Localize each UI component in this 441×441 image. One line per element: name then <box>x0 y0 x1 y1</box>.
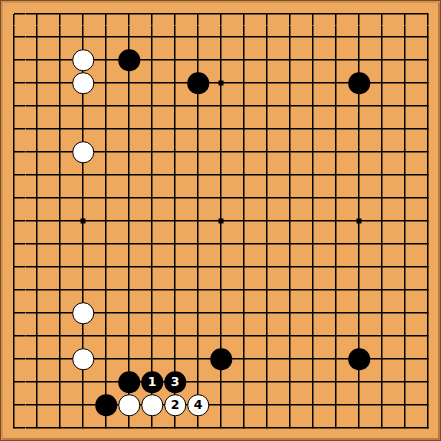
intersection-0-16[interactable] <box>3 371 26 394</box>
intersection-15-0[interactable] <box>348 3 371 26</box>
intersection-0-3[interactable] <box>3 72 26 95</box>
intersection-7-14[interactable] <box>164 325 187 348</box>
intersection-6-16[interactable]: 1 <box>141 371 164 394</box>
intersection-10-1[interactable] <box>233 26 256 49</box>
intersection-6-18[interactable] <box>141 417 164 440</box>
intersection-5-6[interactable] <box>118 141 141 164</box>
intersection-14-14[interactable] <box>325 325 348 348</box>
intersection-16-16[interactable] <box>371 371 394 394</box>
intersection-10-13[interactable] <box>233 302 256 325</box>
intersection-12-8[interactable] <box>279 187 302 210</box>
intersection-5-12[interactable] <box>118 279 141 302</box>
intersection-17-14[interactable] <box>394 325 417 348</box>
intersection-12-11[interactable] <box>279 256 302 279</box>
intersection-12-5[interactable] <box>279 118 302 141</box>
intersection-3-12[interactable] <box>72 279 95 302</box>
intersection-8-4[interactable] <box>187 95 210 118</box>
intersection-7-13[interactable] <box>164 302 187 325</box>
intersection-17-10[interactable] <box>394 233 417 256</box>
intersection-16-10[interactable] <box>371 233 394 256</box>
intersection-11-12[interactable] <box>256 279 279 302</box>
intersection-12-4[interactable] <box>279 95 302 118</box>
intersection-17-15[interactable] <box>394 348 417 371</box>
intersection-8-5[interactable] <box>187 118 210 141</box>
intersection-18-11[interactable] <box>417 256 440 279</box>
intersection-11-6[interactable] <box>256 141 279 164</box>
intersection-17-9[interactable] <box>394 210 417 233</box>
intersection-2-15[interactable] <box>49 348 72 371</box>
intersection-16-7[interactable] <box>371 164 394 187</box>
intersection-10-10[interactable] <box>233 233 256 256</box>
intersection-5-5[interactable] <box>118 118 141 141</box>
intersection-7-16[interactable]: 3 <box>164 371 187 394</box>
intersection-10-12[interactable] <box>233 279 256 302</box>
intersection-15-11[interactable] <box>348 256 371 279</box>
intersection-4-2[interactable] <box>95 49 118 72</box>
intersection-15-3[interactable] <box>348 72 371 95</box>
intersection-2-9[interactable] <box>49 210 72 233</box>
intersection-8-15[interactable] <box>187 348 210 371</box>
intersection-16-4[interactable] <box>371 95 394 118</box>
intersection-0-10[interactable] <box>3 233 26 256</box>
intersection-17-8[interactable] <box>394 187 417 210</box>
intersection-2-2[interactable] <box>49 49 72 72</box>
intersection-15-8[interactable] <box>348 187 371 210</box>
intersection-2-1[interactable] <box>49 26 72 49</box>
intersection-12-13[interactable] <box>279 302 302 325</box>
intersection-5-2[interactable] <box>118 49 141 72</box>
intersection-5-7[interactable] <box>118 164 141 187</box>
intersection-2-17[interactable] <box>49 394 72 417</box>
intersection-17-16[interactable] <box>394 371 417 394</box>
intersection-15-15[interactable] <box>348 348 371 371</box>
intersection-13-4[interactable] <box>302 95 325 118</box>
intersection-7-8[interactable] <box>164 187 187 210</box>
intersection-13-9[interactable] <box>302 210 325 233</box>
intersection-9-1[interactable] <box>210 26 233 49</box>
intersection-11-10[interactable] <box>256 233 279 256</box>
intersection-5-3[interactable] <box>118 72 141 95</box>
intersection-16-6[interactable] <box>371 141 394 164</box>
intersection-11-9[interactable] <box>256 210 279 233</box>
intersection-18-2[interactable] <box>417 49 440 72</box>
intersection-18-17[interactable] <box>417 394 440 417</box>
intersection-18-4[interactable] <box>417 95 440 118</box>
intersection-0-13[interactable] <box>3 302 26 325</box>
intersection-3-4[interactable] <box>72 95 95 118</box>
intersection-11-11[interactable] <box>256 256 279 279</box>
intersection-10-5[interactable] <box>233 118 256 141</box>
intersection-9-17[interactable] <box>210 394 233 417</box>
intersection-4-9[interactable] <box>95 210 118 233</box>
intersection-3-16[interactable] <box>72 371 95 394</box>
intersection-6-0[interactable] <box>141 3 164 26</box>
intersection-17-7[interactable] <box>394 164 417 187</box>
intersection-4-18[interactable] <box>95 417 118 440</box>
intersection-8-9[interactable] <box>187 210 210 233</box>
intersection-5-10[interactable] <box>118 233 141 256</box>
intersection-7-1[interactable] <box>164 26 187 49</box>
intersection-14-3[interactable] <box>325 72 348 95</box>
intersection-14-5[interactable] <box>325 118 348 141</box>
intersection-5-0[interactable] <box>118 3 141 26</box>
intersection-7-7[interactable] <box>164 164 187 187</box>
intersection-16-9[interactable] <box>371 210 394 233</box>
intersection-2-16[interactable] <box>49 371 72 394</box>
intersection-6-15[interactable] <box>141 348 164 371</box>
intersection-4-5[interactable] <box>95 118 118 141</box>
intersection-12-3[interactable] <box>279 72 302 95</box>
intersection-3-13[interactable] <box>72 302 95 325</box>
intersection-17-17[interactable] <box>394 394 417 417</box>
intersection-16-3[interactable] <box>371 72 394 95</box>
intersection-2-7[interactable] <box>49 164 72 187</box>
intersection-15-17[interactable] <box>348 394 371 417</box>
intersection-10-3[interactable] <box>233 72 256 95</box>
intersection-0-18[interactable] <box>3 417 26 440</box>
intersection-4-3[interactable] <box>95 72 118 95</box>
intersection-7-10[interactable] <box>164 233 187 256</box>
intersection-6-14[interactable] <box>141 325 164 348</box>
intersection-9-0[interactable] <box>210 3 233 26</box>
intersection-15-9[interactable] <box>348 210 371 233</box>
intersection-15-16[interactable] <box>348 371 371 394</box>
intersection-1-2[interactable] <box>26 49 49 72</box>
intersection-6-8[interactable] <box>141 187 164 210</box>
intersection-17-12[interactable] <box>394 279 417 302</box>
intersection-3-14[interactable] <box>72 325 95 348</box>
intersection-12-7[interactable] <box>279 164 302 187</box>
intersection-11-17[interactable] <box>256 394 279 417</box>
intersection-10-7[interactable] <box>233 164 256 187</box>
intersection-14-18[interactable] <box>325 417 348 440</box>
intersection-9-8[interactable] <box>210 187 233 210</box>
intersection-15-4[interactable] <box>348 95 371 118</box>
intersection-13-16[interactable] <box>302 371 325 394</box>
intersection-13-17[interactable] <box>302 394 325 417</box>
intersection-9-5[interactable] <box>210 118 233 141</box>
intersection-18-16[interactable] <box>417 371 440 394</box>
intersection-15-2[interactable] <box>348 49 371 72</box>
intersection-8-7[interactable] <box>187 164 210 187</box>
intersection-14-15[interactable] <box>325 348 348 371</box>
intersection-3-0[interactable] <box>72 3 95 26</box>
intersection-13-13[interactable] <box>302 302 325 325</box>
intersection-5-4[interactable] <box>118 95 141 118</box>
intersection-6-7[interactable] <box>141 164 164 187</box>
intersection-10-16[interactable] <box>233 371 256 394</box>
intersection-11-8[interactable] <box>256 187 279 210</box>
intersection-7-6[interactable] <box>164 141 187 164</box>
intersection-6-4[interactable] <box>141 95 164 118</box>
intersection-2-14[interactable] <box>49 325 72 348</box>
intersection-16-5[interactable] <box>371 118 394 141</box>
intersection-1-10[interactable] <box>26 233 49 256</box>
intersection-13-14[interactable] <box>302 325 325 348</box>
intersection-1-7[interactable] <box>26 164 49 187</box>
intersection-17-13[interactable] <box>394 302 417 325</box>
intersection-18-10[interactable] <box>417 233 440 256</box>
intersection-5-11[interactable] <box>118 256 141 279</box>
intersection-2-12[interactable] <box>49 279 72 302</box>
intersection-8-2[interactable] <box>187 49 210 72</box>
intersection-18-6[interactable] <box>417 141 440 164</box>
intersection-2-6[interactable] <box>49 141 72 164</box>
intersection-8-10[interactable] <box>187 233 210 256</box>
intersection-11-2[interactable] <box>256 49 279 72</box>
intersection-16-13[interactable] <box>371 302 394 325</box>
intersection-17-2[interactable] <box>394 49 417 72</box>
intersection-15-10[interactable] <box>348 233 371 256</box>
intersection-1-16[interactable] <box>26 371 49 394</box>
intersection-12-10[interactable] <box>279 233 302 256</box>
intersection-10-15[interactable] <box>233 348 256 371</box>
intersection-7-2[interactable] <box>164 49 187 72</box>
intersection-16-14[interactable] <box>371 325 394 348</box>
intersection-11-14[interactable] <box>256 325 279 348</box>
intersection-0-4[interactable] <box>3 95 26 118</box>
intersection-4-16[interactable] <box>95 371 118 394</box>
intersection-10-4[interactable] <box>233 95 256 118</box>
intersection-3-17[interactable] <box>72 394 95 417</box>
intersection-5-14[interactable] <box>118 325 141 348</box>
intersection-18-0[interactable] <box>417 3 440 26</box>
intersection-17-18[interactable] <box>394 417 417 440</box>
intersection-12-0[interactable] <box>279 3 302 26</box>
intersection-3-10[interactable] <box>72 233 95 256</box>
intersection-1-14[interactable] <box>26 325 49 348</box>
intersection-2-10[interactable] <box>49 233 72 256</box>
intersection-5-16[interactable] <box>118 371 141 394</box>
intersection-7-11[interactable] <box>164 256 187 279</box>
intersection-8-3[interactable] <box>187 72 210 95</box>
intersection-12-16[interactable] <box>279 371 302 394</box>
intersection-1-4[interactable] <box>26 95 49 118</box>
intersection-15-6[interactable] <box>348 141 371 164</box>
intersection-13-5[interactable] <box>302 118 325 141</box>
intersection-11-18[interactable] <box>256 417 279 440</box>
intersection-5-18[interactable] <box>118 417 141 440</box>
intersection-8-8[interactable] <box>187 187 210 210</box>
intersection-4-13[interactable] <box>95 302 118 325</box>
intersection-9-11[interactable] <box>210 256 233 279</box>
intersection-14-13[interactable] <box>325 302 348 325</box>
intersection-18-13[interactable] <box>417 302 440 325</box>
intersection-16-12[interactable] <box>371 279 394 302</box>
intersection-13-7[interactable] <box>302 164 325 187</box>
intersection-16-15[interactable] <box>371 348 394 371</box>
intersection-18-7[interactable] <box>417 164 440 187</box>
intersection-14-2[interactable] <box>325 49 348 72</box>
intersection-2-8[interactable] <box>49 187 72 210</box>
intersection-8-16[interactable] <box>187 371 210 394</box>
intersection-14-0[interactable] <box>325 3 348 26</box>
intersection-3-11[interactable] <box>72 256 95 279</box>
intersection-10-11[interactable] <box>233 256 256 279</box>
intersection-6-10[interactable] <box>141 233 164 256</box>
intersection-10-9[interactable] <box>233 210 256 233</box>
intersection-0-17[interactable] <box>3 394 26 417</box>
intersection-9-18[interactable] <box>210 417 233 440</box>
intersection-13-15[interactable] <box>302 348 325 371</box>
intersection-11-16[interactable] <box>256 371 279 394</box>
intersection-11-13[interactable] <box>256 302 279 325</box>
intersection-8-0[interactable] <box>187 3 210 26</box>
intersection-10-18[interactable] <box>233 417 256 440</box>
intersection-0-8[interactable] <box>3 187 26 210</box>
intersection-16-1[interactable] <box>371 26 394 49</box>
intersection-0-9[interactable] <box>3 210 26 233</box>
intersection-13-0[interactable] <box>302 3 325 26</box>
intersection-0-14[interactable] <box>3 325 26 348</box>
intersection-6-6[interactable] <box>141 141 164 164</box>
intersection-14-16[interactable] <box>325 371 348 394</box>
intersection-18-9[interactable] <box>417 210 440 233</box>
intersection-1-3[interactable] <box>26 72 49 95</box>
intersection-8-12[interactable] <box>187 279 210 302</box>
intersection-18-15[interactable] <box>417 348 440 371</box>
intersection-9-10[interactable] <box>210 233 233 256</box>
intersection-14-12[interactable] <box>325 279 348 302</box>
intersection-0-0[interactable] <box>3 3 26 26</box>
intersection-8-18[interactable] <box>187 417 210 440</box>
intersection-9-9[interactable] <box>210 210 233 233</box>
intersection-17-6[interactable] <box>394 141 417 164</box>
intersection-9-6[interactable] <box>210 141 233 164</box>
intersection-2-13[interactable] <box>49 302 72 325</box>
intersection-14-17[interactable] <box>325 394 348 417</box>
intersection-3-1[interactable] <box>72 26 95 49</box>
intersection-10-2[interactable] <box>233 49 256 72</box>
intersection-6-13[interactable] <box>141 302 164 325</box>
intersection-1-1[interactable] <box>26 26 49 49</box>
intersection-11-4[interactable] <box>256 95 279 118</box>
intersection-13-1[interactable] <box>302 26 325 49</box>
intersection-7-3[interactable] <box>164 72 187 95</box>
intersection-3-8[interactable] <box>72 187 95 210</box>
intersection-3-18[interactable] <box>72 417 95 440</box>
intersection-0-6[interactable] <box>3 141 26 164</box>
intersection-0-15[interactable] <box>3 348 26 371</box>
intersection-11-0[interactable] <box>256 3 279 26</box>
intersection-10-0[interactable] <box>233 3 256 26</box>
intersection-4-10[interactable] <box>95 233 118 256</box>
intersection-12-2[interactable] <box>279 49 302 72</box>
intersection-15-12[interactable] <box>348 279 371 302</box>
intersection-18-14[interactable] <box>417 325 440 348</box>
intersection-7-12[interactable] <box>164 279 187 302</box>
intersection-0-11[interactable] <box>3 256 26 279</box>
intersection-0-5[interactable] <box>3 118 26 141</box>
intersection-6-11[interactable] <box>141 256 164 279</box>
intersection-11-5[interactable] <box>256 118 279 141</box>
intersection-1-18[interactable] <box>26 417 49 440</box>
intersection-13-2[interactable] <box>302 49 325 72</box>
intersection-17-3[interactable] <box>394 72 417 95</box>
intersection-17-11[interactable] <box>394 256 417 279</box>
intersection-1-11[interactable] <box>26 256 49 279</box>
intersection-9-16[interactable] <box>210 371 233 394</box>
intersection-16-17[interactable] <box>371 394 394 417</box>
intersection-4-17[interactable] <box>95 394 118 417</box>
intersection-1-8[interactable] <box>26 187 49 210</box>
intersection-11-15[interactable] <box>256 348 279 371</box>
intersection-13-10[interactable] <box>302 233 325 256</box>
intersection-7-17[interactable]: 2 <box>164 394 187 417</box>
intersection-13-8[interactable] <box>302 187 325 210</box>
intersection-2-5[interactable] <box>49 118 72 141</box>
intersection-18-5[interactable] <box>417 118 440 141</box>
intersection-7-18[interactable] <box>164 417 187 440</box>
intersection-6-9[interactable] <box>141 210 164 233</box>
intersection-18-8[interactable] <box>417 187 440 210</box>
intersection-12-12[interactable] <box>279 279 302 302</box>
intersection-10-17[interactable] <box>233 394 256 417</box>
intersection-18-1[interactable] <box>417 26 440 49</box>
intersection-4-14[interactable] <box>95 325 118 348</box>
intersection-12-9[interactable] <box>279 210 302 233</box>
intersection-4-0[interactable] <box>95 3 118 26</box>
intersection-14-7[interactable] <box>325 164 348 187</box>
intersection-6-12[interactable] <box>141 279 164 302</box>
intersection-0-2[interactable] <box>3 49 26 72</box>
intersection-4-7[interactable] <box>95 164 118 187</box>
intersection-17-0[interactable] <box>394 3 417 26</box>
intersection-16-18[interactable] <box>371 417 394 440</box>
intersection-12-1[interactable] <box>279 26 302 49</box>
intersection-8-1[interactable] <box>187 26 210 49</box>
intersection-1-17[interactable] <box>26 394 49 417</box>
intersection-13-3[interactable] <box>302 72 325 95</box>
intersection-9-15[interactable] <box>210 348 233 371</box>
intersection-9-14[interactable] <box>210 325 233 348</box>
intersection-2-18[interactable] <box>49 417 72 440</box>
intersection-10-14[interactable] <box>233 325 256 348</box>
intersection-15-18[interactable] <box>348 417 371 440</box>
intersection-3-9[interactable] <box>72 210 95 233</box>
intersection-7-15[interactable] <box>164 348 187 371</box>
intersection-18-18[interactable] <box>417 417 440 440</box>
intersection-4-11[interactable] <box>95 256 118 279</box>
intersection-11-7[interactable] <box>256 164 279 187</box>
intersection-12-6[interactable] <box>279 141 302 164</box>
intersection-8-11[interactable] <box>187 256 210 279</box>
intersection-7-4[interactable] <box>164 95 187 118</box>
intersection-3-2[interactable] <box>72 49 95 72</box>
intersection-15-13[interactable] <box>348 302 371 325</box>
intersection-4-6[interactable] <box>95 141 118 164</box>
intersection-8-13[interactable] <box>187 302 210 325</box>
intersection-6-2[interactable] <box>141 49 164 72</box>
intersection-18-3[interactable] <box>417 72 440 95</box>
intersection-2-0[interactable] <box>49 3 72 26</box>
intersection-12-17[interactable] <box>279 394 302 417</box>
intersection-16-8[interactable] <box>371 187 394 210</box>
intersection-14-4[interactable] <box>325 95 348 118</box>
intersection-3-15[interactable] <box>72 348 95 371</box>
intersection-16-11[interactable] <box>371 256 394 279</box>
intersection-16-2[interactable] <box>371 49 394 72</box>
intersection-7-0[interactable] <box>164 3 187 26</box>
intersection-15-14[interactable] <box>348 325 371 348</box>
intersection-9-13[interactable] <box>210 302 233 325</box>
intersection-5-1[interactable] <box>118 26 141 49</box>
intersection-9-12[interactable] <box>210 279 233 302</box>
intersection-0-7[interactable] <box>3 164 26 187</box>
intersection-1-15[interactable] <box>26 348 49 371</box>
intersection-9-3[interactable] <box>210 72 233 95</box>
intersection-8-17[interactable]: 4 <box>187 394 210 417</box>
